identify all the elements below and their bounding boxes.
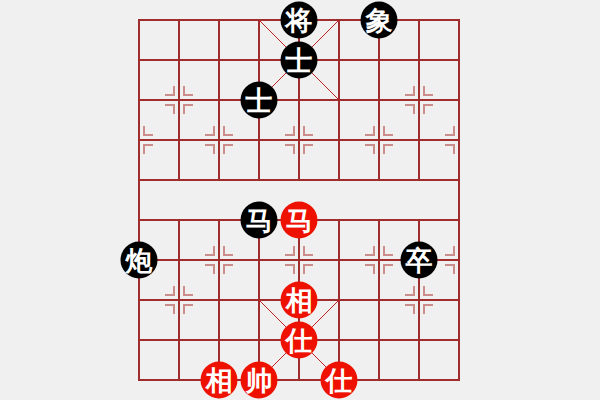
piece-black-soldier[interactable]: 卒 [401, 242, 438, 279]
piece-black-elephant[interactable]: 象 [361, 2, 398, 39]
piece-black-cannon[interactable]: 炮 [121, 242, 158, 279]
pieces-layer: 将象士士马马炮卒相仕相帅仕 [0, 0, 600, 400]
piece-red-elephant[interactable]: 相 [281, 282, 318, 319]
piece-red-general[interactable]: 帅 [241, 362, 278, 399]
piece-red-horse[interactable]: 马 [281, 202, 318, 239]
piece-black-horse[interactable]: 马 [241, 202, 278, 239]
piece-red-elephant[interactable]: 相 [201, 362, 238, 399]
piece-red-advisor[interactable]: 仕 [281, 322, 318, 359]
xiangqi-board: 将象士士马马炮卒相仕相帅仕 [0, 0, 600, 400]
piece-black-general[interactable]: 将 [281, 2, 318, 39]
piece-black-advisor[interactable]: 士 [281, 42, 318, 79]
piece-red-advisor[interactable]: 仕 [321, 362, 358, 399]
piece-black-advisor[interactable]: 士 [241, 82, 278, 119]
